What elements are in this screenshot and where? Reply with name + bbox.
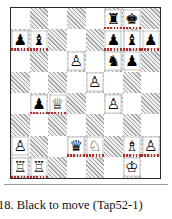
square-a1[interactable]: ♖ <box>11 157 30 178</box>
square-e6[interactable] <box>86 51 105 72</box>
white-rook-glyph: ♖ <box>32 160 45 175</box>
square-e8[interactable] <box>86 8 105 29</box>
black-pawn-g6[interactable]: ♟ <box>124 52 141 71</box>
red-wavy-underline-a1 <box>11 176 30 179</box>
white-pawn-d6[interactable]: ♙ <box>68 52 85 71</box>
square-b5[interactable] <box>30 72 49 93</box>
separator-line <box>4 184 168 185</box>
square-e4[interactable] <box>86 93 105 114</box>
square-h6[interactable] <box>141 51 160 72</box>
square-f2[interactable] <box>104 136 123 157</box>
square-b3[interactable] <box>30 114 49 135</box>
red-wavy-underline-g2 <box>123 154 142 157</box>
black-pawn-glyph: ♟ <box>125 54 138 69</box>
white-rook-b1[interactable]: ♖ <box>30 158 47 177</box>
square-c3[interactable] <box>48 114 67 135</box>
square-e7[interactable] <box>86 29 105 50</box>
square-b4[interactable]: ♟ <box>30 93 49 114</box>
black-pawn-a7[interactable]: ♟ <box>12 30 29 49</box>
square-c7[interactable] <box>48 29 67 50</box>
square-c2[interactable] <box>48 136 67 157</box>
square-f1[interactable] <box>104 157 123 178</box>
square-h3[interactable] <box>141 114 160 135</box>
square-h8[interactable] <box>141 8 160 29</box>
black-queen-d2[interactable]: ♛ <box>68 137 85 156</box>
square-f4[interactable]: ♙ <box>104 93 123 114</box>
square-g5[interactable] <box>123 72 142 93</box>
white-rook-a1[interactable]: ♖ <box>12 158 29 177</box>
white-pawn-e5[interactable]: ♙ <box>86 73 103 92</box>
red-wavy-underline-c4 <box>48 112 67 115</box>
square-g6[interactable]: ♟ <box>123 51 142 72</box>
square-b8[interactable] <box>30 8 49 29</box>
red-wavy-underline-f8 <box>104 27 123 30</box>
square-d8[interactable] <box>67 8 86 29</box>
black-pawn-b4[interactable]: ♟ <box>30 94 47 113</box>
black-rook-f8[interactable]: ♜ <box>105 9 122 28</box>
black-pawn-h7[interactable]: ♟ <box>142 30 159 49</box>
black-pawn-glyph: ♟ <box>14 32 27 47</box>
white-pawn-glyph: ♙ <box>14 139 27 154</box>
white-pawn-glyph: ♙ <box>88 75 101 90</box>
square-d5[interactable] <box>67 72 86 93</box>
white-pawn-glyph: ♙ <box>144 139 157 154</box>
square-g1[interactable]: ♔ <box>123 157 142 178</box>
square-c5[interactable] <box>48 72 67 93</box>
black-knight-glyph: ♞ <box>107 54 120 69</box>
white-pawn-h2[interactable]: ♙ <box>142 137 159 156</box>
square-c8[interactable] <box>48 8 67 29</box>
red-wavy-underline-h2 <box>141 154 160 157</box>
square-f6[interactable]: ♞ <box>104 51 123 72</box>
white-pawn-f4[interactable]: ♙ <box>105 94 122 113</box>
square-b2[interactable] <box>30 136 49 157</box>
square-g3[interactable] <box>123 114 142 135</box>
red-wavy-underline-b1 <box>30 176 49 179</box>
black-bishop-glyph: ♝ <box>32 32 45 47</box>
black-king-g8[interactable]: ♚ <box>124 9 141 28</box>
black-rook-glyph: ♜ <box>107 11 120 26</box>
square-h5[interactable] <box>141 72 160 93</box>
black-bishop-b7[interactable]: ♝ <box>30 30 47 49</box>
red-wavy-underline-b7 <box>30 48 49 51</box>
figure-caption: 18. Black to move (Tap52-1) <box>0 198 170 213</box>
square-f8[interactable]: ♜ <box>104 8 123 29</box>
square-d3[interactable] <box>67 114 86 135</box>
white-queen-c4[interactable]: ♕ <box>49 94 66 113</box>
square-e2[interactable]: ♘ <box>86 136 105 157</box>
square-b7[interactable]: ♝ <box>30 29 49 50</box>
square-f3[interactable] <box>104 114 123 135</box>
red-wavy-underline-d2 <box>67 154 86 157</box>
red-wavy-underline-a7 <box>11 48 30 51</box>
square-e3[interactable] <box>86 114 105 135</box>
red-wavy-underline-g7 <box>123 48 142 51</box>
square-e1[interactable] <box>86 157 105 178</box>
white-bishop-glyph: ♗ <box>125 139 138 154</box>
square-c6[interactable] <box>48 51 67 72</box>
square-h7[interactable]: ♟ <box>141 29 160 50</box>
square-d2[interactable]: ♛ <box>67 136 86 157</box>
red-wavy-underline-e2 <box>86 154 105 157</box>
square-g4[interactable] <box>123 93 142 114</box>
square-a8[interactable] <box>11 8 30 29</box>
square-a5[interactable] <box>11 72 30 93</box>
square-a2[interactable]: ♙ <box>11 136 30 157</box>
square-f7[interactable]: ♟ <box>104 29 123 50</box>
square-f5[interactable] <box>104 72 123 93</box>
black-knight-f6[interactable]: ♞ <box>105 52 122 71</box>
white-knight-glyph: ♘ <box>88 139 101 154</box>
black-pawn-glyph: ♟ <box>107 32 120 47</box>
square-h1[interactable] <box>141 157 160 178</box>
red-wavy-underline-h7 <box>141 48 160 51</box>
black-pawn-glyph: ♟ <box>32 96 45 111</box>
square-g8[interactable]: ♚ <box>123 8 142 29</box>
square-a6[interactable] <box>11 51 30 72</box>
square-d6[interactable]: ♙ <box>67 51 86 72</box>
square-b1[interactable]: ♖ <box>30 157 49 178</box>
square-c4[interactable]: ♕ <box>48 93 67 114</box>
black-bishop-glyph: ♝ <box>125 32 138 47</box>
white-knight-e2[interactable]: ♘ <box>86 137 103 156</box>
red-wavy-underline-g8 <box>123 27 142 30</box>
black-pawn-glyph: ♟ <box>144 32 157 47</box>
white-king-glyph: ♔ <box>125 160 138 175</box>
square-g2[interactable]: ♗ <box>123 136 142 157</box>
white-king-g1[interactable]: ♔ <box>124 158 141 177</box>
white-pawn-a2[interactable]: ♙ <box>12 137 29 156</box>
black-bishop-g7[interactable]: ♝ <box>124 30 141 49</box>
square-d4[interactable] <box>67 93 86 114</box>
white-pawn-glyph: ♙ <box>107 96 120 111</box>
white-pawn-glyph: ♙ <box>69 54 82 69</box>
chess-board: ♜♚♟♝♟♝♟♙♞♟♙♟♕♙♙♛♘♗♙♖♖♔ <box>10 7 161 179</box>
square-c1[interactable] <box>48 157 67 178</box>
square-e5[interactable]: ♙ <box>86 72 105 93</box>
black-pawn-f7[interactable]: ♟ <box>105 30 122 49</box>
square-a3[interactable] <box>11 114 30 135</box>
black-king-glyph: ♚ <box>125 11 138 26</box>
red-wavy-underline-f7 <box>104 48 123 51</box>
square-a7[interactable]: ♟ <box>11 29 30 50</box>
square-a4[interactable] <box>11 93 30 114</box>
square-d7[interactable] <box>67 29 86 50</box>
red-wavy-underline-b4 <box>30 112 49 115</box>
white-queen-glyph: ♕ <box>51 96 64 111</box>
white-rook-glyph: ♖ <box>14 160 27 175</box>
square-d1[interactable] <box>67 157 86 178</box>
white-bishop-g2[interactable]: ♗ <box>124 137 141 156</box>
square-h4[interactable] <box>141 93 160 114</box>
square-g7[interactable]: ♝ <box>123 29 142 50</box>
square-b6[interactable] <box>30 51 49 72</box>
square-h2[interactable]: ♙ <box>141 136 160 157</box>
black-queen-glyph: ♛ <box>69 139 82 154</box>
